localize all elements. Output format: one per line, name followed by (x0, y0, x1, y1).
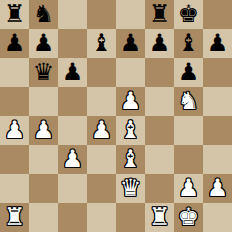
piece-white-bishop: ♝ (120, 116, 142, 145)
square-c5[interactable] (58, 87, 87, 116)
piece-black-pawn: ♟ (207, 29, 229, 58)
piece-white-pawn: ♟ (120, 87, 142, 116)
square-c2[interactable] (58, 174, 87, 203)
square-f5[interactable] (145, 87, 174, 116)
piece-white-rook: ♜ (149, 203, 171, 232)
piece-white-pawn: ♟ (178, 174, 200, 203)
square-b8[interactable]: ♞ (29, 0, 58, 29)
piece-black-king: ♚ (178, 0, 200, 29)
square-f6[interactable] (145, 58, 174, 87)
piece-white-knight: ♞ (178, 87, 200, 116)
square-g6[interactable]: ♟ (174, 58, 203, 87)
piece-white-queen: ♛ (120, 174, 142, 203)
square-f2[interactable] (145, 174, 174, 203)
square-c8[interactable] (58, 0, 87, 29)
square-c3[interactable]: ♟ (58, 145, 87, 174)
piece-black-pawn: ♟ (4, 29, 26, 58)
square-e8[interactable] (116, 0, 145, 29)
square-b5[interactable] (29, 87, 58, 116)
square-c4[interactable] (58, 116, 87, 145)
chess-board: ♜♞♜♚♟♟♝♟♟♝♟♛♟♟♟♞♟♟♟♝♟♝♛♟♟♜♜♚ (0, 0, 232, 232)
square-c7[interactable] (58, 29, 87, 58)
square-h8[interactable] (203, 0, 232, 29)
square-f8[interactable]: ♜ (145, 0, 174, 29)
square-g3[interactable] (174, 145, 203, 174)
square-e1[interactable] (116, 203, 145, 232)
square-d5[interactable] (87, 87, 116, 116)
piece-black-bishop: ♝ (91, 29, 113, 58)
piece-black-queen: ♛ (33, 58, 55, 87)
square-b2[interactable] (29, 174, 58, 203)
square-e7[interactable]: ♟ (116, 29, 145, 58)
square-a7[interactable]: ♟ (0, 29, 29, 58)
square-c6[interactable]: ♟ (58, 58, 87, 87)
piece-black-pawn: ♟ (120, 29, 142, 58)
square-h5[interactable] (203, 87, 232, 116)
piece-black-rook: ♜ (4, 0, 26, 29)
square-e2[interactable]: ♛ (116, 174, 145, 203)
square-b6[interactable]: ♛ (29, 58, 58, 87)
square-b4[interactable]: ♟ (29, 116, 58, 145)
square-h3[interactable] (203, 145, 232, 174)
piece-black-pawn: ♟ (178, 58, 200, 87)
square-a1[interactable]: ♜ (0, 203, 29, 232)
square-b7[interactable]: ♟ (29, 29, 58, 58)
square-f3[interactable] (145, 145, 174, 174)
square-g4[interactable] (174, 116, 203, 145)
square-h4[interactable] (203, 116, 232, 145)
square-a4[interactable]: ♟ (0, 116, 29, 145)
square-d2[interactable] (87, 174, 116, 203)
square-g7[interactable]: ♝ (174, 29, 203, 58)
square-h1[interactable] (203, 203, 232, 232)
piece-black-rook: ♜ (149, 0, 171, 29)
square-e5[interactable]: ♟ (116, 87, 145, 116)
square-d4[interactable]: ♟ (87, 116, 116, 145)
square-a2[interactable] (0, 174, 29, 203)
square-d3[interactable] (87, 145, 116, 174)
piece-black-pawn: ♟ (149, 29, 171, 58)
square-d8[interactable] (87, 0, 116, 29)
piece-black-pawn: ♟ (33, 29, 55, 58)
piece-white-pawn: ♟ (62, 145, 84, 174)
square-g1[interactable]: ♚ (174, 203, 203, 232)
square-e4[interactable]: ♝ (116, 116, 145, 145)
square-e3[interactable]: ♝ (116, 145, 145, 174)
square-h2[interactable]: ♟ (203, 174, 232, 203)
square-c1[interactable] (58, 203, 87, 232)
square-f7[interactable]: ♟ (145, 29, 174, 58)
square-f1[interactable]: ♜ (145, 203, 174, 232)
piece-black-knight: ♞ (33, 0, 55, 29)
square-a3[interactable] (0, 145, 29, 174)
piece-black-bishop: ♝ (178, 29, 200, 58)
piece-white-king: ♚ (178, 203, 200, 232)
square-a8[interactable]: ♜ (0, 0, 29, 29)
square-a5[interactable] (0, 87, 29, 116)
square-g2[interactable]: ♟ (174, 174, 203, 203)
square-g8[interactable]: ♚ (174, 0, 203, 29)
piece-white-bishop: ♝ (120, 145, 142, 174)
piece-white-pawn: ♟ (4, 116, 26, 145)
square-d1[interactable] (87, 203, 116, 232)
square-a6[interactable] (0, 58, 29, 87)
piece-white-pawn: ♟ (33, 116, 55, 145)
piece-white-rook: ♜ (4, 203, 26, 232)
piece-black-pawn: ♟ (62, 58, 84, 87)
square-d7[interactable]: ♝ (87, 29, 116, 58)
square-f4[interactable] (145, 116, 174, 145)
square-b3[interactable] (29, 145, 58, 174)
square-h6[interactable] (203, 58, 232, 87)
square-d6[interactable] (87, 58, 116, 87)
piece-white-pawn: ♟ (91, 116, 113, 145)
piece-white-pawn: ♟ (207, 174, 229, 203)
square-e6[interactable] (116, 58, 145, 87)
square-g5[interactable]: ♞ (174, 87, 203, 116)
square-h7[interactable]: ♟ (203, 29, 232, 58)
square-b1[interactable] (29, 203, 58, 232)
